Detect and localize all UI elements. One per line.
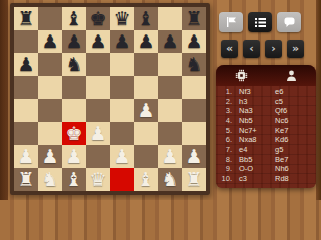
square-c4[interactable] xyxy=(62,99,86,122)
move-number: 1. xyxy=(216,87,232,96)
black-pawn-h7[interactable]: ♟ xyxy=(182,30,206,53)
square-b2[interactable]: ♟ xyxy=(38,145,62,168)
square-f8[interactable]: ♝ xyxy=(134,7,158,30)
square-c8[interactable]: ♝ xyxy=(62,7,86,30)
square-c3[interactable]: ♚ xyxy=(62,122,86,145)
square-f1[interactable]: ♝ xyxy=(134,168,158,191)
square-g7[interactable]: ♟ xyxy=(158,30,182,53)
white-move[interactable]: Na3 xyxy=(232,106,275,115)
square-b5[interactable] xyxy=(38,76,62,99)
white-move[interactable]: h3 xyxy=(232,97,275,106)
square-g5[interactable] xyxy=(158,76,182,99)
person-icon xyxy=(286,70,297,82)
square-g2[interactable]: ♟ xyxy=(158,145,182,168)
chess-app-screen: { "game": "chess", "position_fen": "r1bk… xyxy=(0,0,321,200)
white-bishop-f1[interactable]: ♝ xyxy=(134,168,158,191)
white-move[interactable]: Bb5 xyxy=(232,155,275,164)
black-pawn-b7[interactable]: ♟ xyxy=(38,30,62,53)
square-a6[interactable]: ♟ xyxy=(14,53,38,76)
black-pawn-d7[interactable]: ♟ xyxy=(86,30,110,53)
white-knight-b1[interactable]: ♞ xyxy=(38,168,62,191)
square-f4[interactable]: ♟ xyxy=(134,99,158,122)
square-a8[interactable]: ♜ xyxy=(14,7,38,30)
square-h2[interactable]: ♟ xyxy=(182,145,206,168)
black-queen-e8[interactable]: ♛ xyxy=(110,7,134,30)
square-b8[interactable] xyxy=(38,7,62,30)
white-pawn-c2[interactable]: ♟ xyxy=(62,145,86,168)
move-row: 2.h3c5 xyxy=(216,97,316,107)
square-f2[interactable] xyxy=(134,145,158,168)
nav-last-button[interactable]: » xyxy=(287,40,304,58)
white-pawn-b2[interactable]: ♟ xyxy=(38,145,62,168)
square-d4[interactable] xyxy=(86,99,110,122)
black-knight-h6[interactable]: ♞ xyxy=(182,53,206,76)
black-rook-a8[interactable]: ♜ xyxy=(14,7,38,30)
square-a5[interactable] xyxy=(14,76,38,99)
square-c7[interactable]: ♟ xyxy=(62,30,86,53)
square-e5[interactable] xyxy=(110,76,134,99)
square-d3[interactable]: ♟ xyxy=(86,122,110,145)
white-move[interactable]: Nf3 xyxy=(232,87,275,96)
square-h7[interactable]: ♟ xyxy=(182,30,206,53)
chess-board[interactable]: ♜♝♚♛♝♜♟♟♟♟♟♟♟♟♞♞♟♚♟♟♟♟♟♟♟♜♞♝♛♝♞♜ xyxy=(10,3,210,195)
black-bishop-f8[interactable]: ♝ xyxy=(134,7,158,30)
chat-button[interactable] xyxy=(277,12,301,32)
nav-prev-button[interactable]: ‹ xyxy=(243,40,260,58)
white-move[interactable]: c3 xyxy=(232,174,275,183)
move-row: 1.Nf3e6 xyxy=(216,87,316,97)
white-move[interactable]: Nb5 xyxy=(232,116,275,125)
black-move[interactable]: Nc6 xyxy=(275,116,316,125)
black-rook-h8[interactable]: ♜ xyxy=(182,7,206,30)
move-panel: 1.Nf3e62.h3c53.Na3Qf64.Nb5Nc65.Nc7+Ke76.… xyxy=(216,65,316,188)
black-knight-c6[interactable]: ♞ xyxy=(62,53,86,76)
square-b7[interactable]: ♟ xyxy=(38,30,62,53)
square-a4[interactable] xyxy=(14,99,38,122)
black-bishop-c8[interactable]: ♝ xyxy=(62,7,86,30)
white-move[interactable]: Nxa8 xyxy=(232,135,275,144)
move-number: 3. xyxy=(216,106,232,115)
square-c6[interactable]: ♞ xyxy=(62,53,86,76)
tab-player[interactable] xyxy=(266,65,316,86)
square-e6[interactable] xyxy=(110,53,134,76)
square-a1[interactable]: ♜ xyxy=(14,168,38,191)
flag-button[interactable] xyxy=(219,12,243,32)
wood-edge-right xyxy=(316,0,321,200)
square-h5[interactable] xyxy=(182,76,206,99)
square-d2[interactable] xyxy=(86,145,110,168)
black-move[interactable]: Rd8 xyxy=(275,174,316,183)
square-e8[interactable]: ♛ xyxy=(110,7,134,30)
square-g3[interactable] xyxy=(158,122,182,145)
white-rook-h1[interactable]: ♜ xyxy=(182,168,206,191)
black-move[interactable]: Nh6 xyxy=(275,164,316,173)
chat-icon xyxy=(283,16,296,28)
square-b1[interactable]: ♞ xyxy=(38,168,62,191)
white-rook-a1[interactable]: ♜ xyxy=(14,168,38,191)
square-d6[interactable] xyxy=(86,53,110,76)
nav-next-button[interactable]: › xyxy=(265,40,282,58)
move-row: 10.c3Rd8 xyxy=(216,174,316,184)
square-g4[interactable] xyxy=(158,99,182,122)
move-number: 2. xyxy=(216,97,232,106)
square-c5[interactable] xyxy=(62,76,86,99)
square-b4[interactable] xyxy=(38,99,62,122)
white-knight-g1[interactable]: ♞ xyxy=(158,168,182,191)
black-move[interactable]: Qf6 xyxy=(275,106,316,115)
square-a3[interactable] xyxy=(14,122,38,145)
nav-controls: « ‹ › » xyxy=(221,40,304,58)
square-e3[interactable] xyxy=(110,122,134,145)
black-pawn-g7[interactable]: ♟ xyxy=(158,30,182,53)
move-list-icon xyxy=(254,17,267,28)
square-g1[interactable]: ♞ xyxy=(158,168,182,191)
black-pawn-a6[interactable]: ♟ xyxy=(14,53,38,76)
nav-first-button[interactable]: « xyxy=(221,40,238,58)
move-row: 3.Na3Qf6 xyxy=(216,106,316,116)
move-row: 5.Nc7+Ke7 xyxy=(216,126,316,136)
square-c1[interactable]: ♝ xyxy=(62,168,86,191)
wood-edge-left xyxy=(0,0,8,200)
white-pawn-h2[interactable]: ♟ xyxy=(182,145,206,168)
black-move[interactable]: e6 xyxy=(275,87,316,96)
square-h4[interactable] xyxy=(182,99,206,122)
white-pawn-f4[interactable]: ♟ xyxy=(134,99,158,122)
move-row: 9.O-ONh6 xyxy=(216,165,316,175)
square-e2[interactable]: ♟ xyxy=(110,145,134,168)
square-a7[interactable] xyxy=(14,30,38,53)
white-pawn-e2[interactable]: ♟ xyxy=(110,145,134,168)
black-pawn-f7[interactable]: ♟ xyxy=(134,30,158,53)
white-pawn-g2[interactable]: ♟ xyxy=(158,145,182,168)
square-c2[interactable]: ♟ xyxy=(62,145,86,168)
square-b6[interactable] xyxy=(38,53,62,76)
square-e4[interactable] xyxy=(110,99,134,122)
toolbar xyxy=(219,12,301,32)
black-move[interactable]: c5 xyxy=(275,97,316,106)
square-h8[interactable]: ♜ xyxy=(182,7,206,30)
square-b3[interactable] xyxy=(38,122,62,145)
black-move[interactable]: Be7 xyxy=(275,155,316,164)
square-e1[interactable] xyxy=(110,168,134,191)
move-list-button[interactable] xyxy=(248,12,272,32)
square-h3[interactable] xyxy=(182,122,206,145)
flag-icon xyxy=(225,16,238,28)
white-bishop-c1[interactable]: ♝ xyxy=(62,168,86,191)
move-row: 8.Bb5Be7 xyxy=(216,155,316,165)
square-f5[interactable] xyxy=(134,76,158,99)
white-pawn-d3[interactable]: ♟ xyxy=(86,122,110,145)
square-g6[interactable] xyxy=(158,53,182,76)
black-move[interactable]: Ke7 xyxy=(275,126,316,135)
move-number: 7. xyxy=(216,145,232,154)
square-d5[interactable] xyxy=(86,76,110,99)
square-d7[interactable]: ♟ xyxy=(86,30,110,53)
move-row: 7.e4g5 xyxy=(216,145,316,155)
black-move[interactable]: g5 xyxy=(275,145,316,154)
square-h1[interactable]: ♜ xyxy=(182,168,206,191)
black-move[interactable]: Kd6 xyxy=(275,135,316,144)
move-row: 4.Nb5Nc6 xyxy=(216,116,316,126)
move-number: 10. xyxy=(216,174,232,183)
cpu-icon xyxy=(235,69,248,82)
move-number: 5. xyxy=(216,126,232,135)
move-number: 8. xyxy=(216,155,232,164)
white-king-c3[interactable]: ♚ xyxy=(62,122,86,145)
square-g8[interactable] xyxy=(158,7,182,30)
square-f3[interactable] xyxy=(134,122,158,145)
white-move[interactable]: Nc7+ xyxy=(232,126,275,135)
move-number: 4. xyxy=(216,116,232,125)
square-d1[interactable]: ♛ xyxy=(86,168,110,191)
white-pawn-a2[interactable]: ♟ xyxy=(14,145,38,168)
white-move[interactable]: O-O xyxy=(232,164,275,173)
square-e7[interactable]: ♟ xyxy=(110,30,134,53)
move-number: 9. xyxy=(216,164,232,173)
square-a2[interactable]: ♟ xyxy=(14,145,38,168)
move-number: 6. xyxy=(216,135,232,144)
tab-engine[interactable] xyxy=(216,65,266,86)
square-h6[interactable]: ♞ xyxy=(182,53,206,76)
white-move[interactable]: e4 xyxy=(232,145,275,154)
black-pawn-e7[interactable]: ♟ xyxy=(110,30,134,53)
move-panel-header xyxy=(216,65,316,86)
move-row: 6.Nxa8Kd6 xyxy=(216,135,316,145)
white-queen-d1[interactable]: ♛ xyxy=(86,168,110,191)
square-d8[interactable]: ♚ xyxy=(86,7,110,30)
square-f6[interactable] xyxy=(134,53,158,76)
square-f7[interactable]: ♟ xyxy=(134,30,158,53)
black-pawn-c7[interactable]: ♟ xyxy=(62,30,86,53)
black-king-d8[interactable]: ♚ xyxy=(86,7,110,30)
move-list: 1.Nf3e62.h3c53.Na3Qf64.Nb5Nc65.Nc7+Ke76.… xyxy=(216,86,316,184)
